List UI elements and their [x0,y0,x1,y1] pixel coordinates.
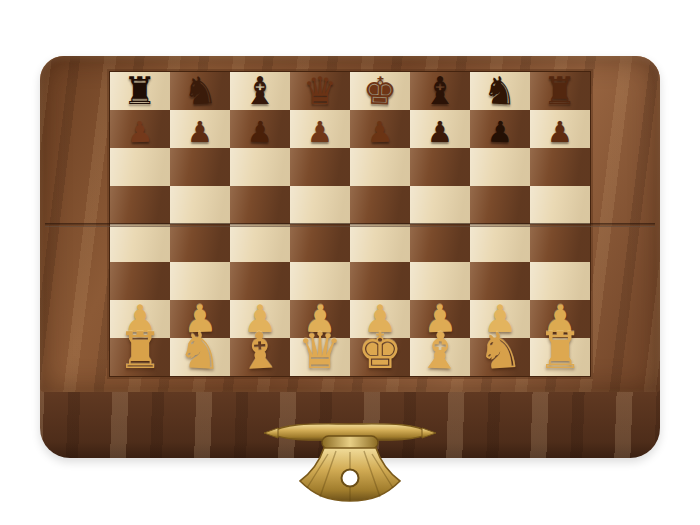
square-c3[interactable] [230,262,290,300]
square-e6[interactable] [350,148,410,186]
square-g6[interactable] [470,148,530,186]
product-photo-scene: ♜♞♝♛♚♝♞♜♟♟♟♟♟♟♟♟♟♟♟♟♟♟♟♟♜♞♝♛♚♝♞♜ [0,0,700,525]
square-d7[interactable]: ♟ [290,110,350,148]
latch-hole [342,470,359,487]
square-e7[interactable]: ♟ [350,110,410,148]
square-c6[interactable] [230,148,290,186]
light-bishop-f1[interactable]: ♝ [417,327,463,376]
square-d1[interactable]: ♛ [290,338,350,376]
box-lid: ♜♞♝♛♚♝♞♜♟♟♟♟♟♟♟♟♟♟♟♟♟♟♟♟♜♞♝♛♚♝♞♜ [40,56,660,392]
light-knight-g1[interactable]: ♞ [476,326,524,377]
square-e4[interactable] [350,224,410,262]
square-b4[interactable] [170,224,230,262]
square-d4[interactable] [290,224,350,262]
dark-pawn-c7[interactable]: ♟ [247,119,274,147]
square-a3[interactable] [110,262,170,300]
dark-pawn-d7[interactable]: ♟ [307,119,333,147]
dark-pawn-e7[interactable]: ♟ [367,119,394,147]
dark-bishop-c8[interactable]: ♝ [243,73,277,109]
square-d5[interactable] [290,186,350,224]
square-c5[interactable] [230,186,290,224]
square-a1[interactable]: ♜ [110,338,170,376]
square-e1[interactable]: ♚ [350,338,410,376]
dark-rook-h8[interactable]: ♜ [543,73,577,109]
square-a7[interactable]: ♟ [110,110,170,148]
square-g3[interactable] [470,262,530,300]
square-f6[interactable] [410,148,470,186]
dark-queen-d8[interactable]: ♛ [303,73,337,109]
latch-hinge [322,436,378,449]
dark-knight-b8[interactable]: ♞ [182,72,218,110]
dark-knight-g8[interactable]: ♞ [482,72,518,110]
square-d6[interactable] [290,148,350,186]
square-h3[interactable] [530,262,590,300]
square-b3[interactable] [170,262,230,300]
dark-king-e8[interactable]: ♚ [362,72,397,109]
square-d3[interactable] [290,262,350,300]
dark-pawn-g7[interactable]: ♟ [487,119,514,147]
square-g7[interactable]: ♟ [470,110,530,148]
square-f1[interactable]: ♝ [410,338,470,376]
square-c1[interactable]: ♝ [230,338,290,376]
square-f4[interactable] [410,224,470,262]
square-f3[interactable] [410,262,470,300]
square-b7[interactable]: ♟ [170,110,230,148]
brass-latch-icon [260,417,440,513]
square-h4[interactable] [530,224,590,262]
fold-seam [45,223,655,227]
light-knight-b1[interactable]: ♞ [176,326,223,376]
chess-box: ♜♞♝♛♚♝♞♜♟♟♟♟♟♟♟♟♟♟♟♟♟♟♟♟♜♞♝♛♚♝♞♜ [40,56,660,458]
dark-pawn-f7[interactable]: ♟ [427,119,453,147]
square-h1[interactable]: ♜ [530,338,590,376]
dark-bishop-f8[interactable]: ♝ [423,73,457,109]
square-a6[interactable] [110,148,170,186]
dark-pawn-h7[interactable]: ♟ [547,119,573,147]
square-e3[interactable] [350,262,410,300]
square-g4[interactable] [470,224,530,262]
dark-pawn-a7[interactable]: ♟ [127,119,154,147]
square-e8[interactable]: ♚ [350,72,410,110]
square-f8[interactable]: ♝ [410,72,470,110]
square-g1[interactable]: ♞ [470,338,530,376]
square-b6[interactable] [170,148,230,186]
square-g8[interactable]: ♞ [470,72,530,110]
square-c7[interactable]: ♟ [230,110,290,148]
square-g5[interactable] [470,186,530,224]
square-b5[interactable] [170,186,230,224]
light-queen-d1[interactable]: ♛ [298,328,343,376]
square-d8[interactable]: ♛ [290,72,350,110]
light-bishop-c1[interactable]: ♝ [236,326,283,376]
square-h6[interactable] [530,148,590,186]
square-h5[interactable] [530,186,590,224]
square-f5[interactable] [410,186,470,224]
light-rook-h1[interactable]: ♜ [538,328,583,376]
square-h7[interactable]: ♟ [530,110,590,148]
square-b8[interactable]: ♞ [170,72,230,110]
square-e5[interactable] [350,186,410,224]
square-a4[interactable] [110,224,170,262]
square-c8[interactable]: ♝ [230,72,290,110]
latch-clasp [300,448,400,501]
square-h8[interactable]: ♜ [530,72,590,110]
dark-rook-a8[interactable]: ♜ [123,73,157,109]
dark-pawn-b7[interactable]: ♟ [187,119,213,147]
square-a5[interactable] [110,186,170,224]
square-c4[interactable] [230,224,290,262]
square-a8[interactable]: ♜ [110,72,170,110]
light-king-e1[interactable]: ♚ [358,328,403,376]
square-f7[interactable]: ♟ [410,110,470,148]
light-rook-a1[interactable]: ♜ [118,328,163,376]
square-b1[interactable]: ♞ [170,338,230,376]
